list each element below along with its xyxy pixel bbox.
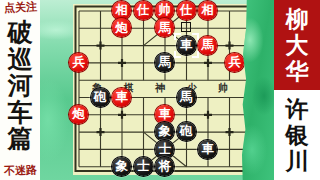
- piece-black-砲[interactable]: 砲: [91, 88, 110, 107]
- piece-glyph: 馬: [180, 91, 193, 104]
- piece-black-将[interactable]: 将: [155, 157, 174, 176]
- player-names-bar: 柳大华 许银川: [274, 0, 320, 180]
- piece-glyph: 車: [202, 143, 215, 156]
- player-bottom-name: 许银川: [274, 90, 320, 180]
- char: 许: [286, 96, 309, 122]
- char: 银: [286, 122, 309, 148]
- piece-red-炮[interactable]: 炮: [69, 105, 88, 124]
- piece-glyph: 炮: [116, 22, 129, 35]
- last-move-bracket: [192, 51, 199, 58]
- piece-red-兵[interactable]: 兵: [69, 53, 88, 72]
- char: 巡: [8, 47, 33, 74]
- last-move-bracket: [174, 33, 181, 40]
- char: 华: [286, 58, 309, 84]
- pieces-layer: 相仕帅仕相炮馬車馬兵馬兵砲車馬炮車象砲士車象士将: [68, 2, 262, 175]
- piece-red-馬[interactable]: 馬: [155, 18, 174, 37]
- piece-red-兵[interactable]: 兵: [225, 53, 244, 72]
- char: 大: [286, 32, 309, 58]
- piece-glyph: 相: [116, 4, 129, 17]
- piece-black-砲[interactable]: 砲: [177, 122, 196, 141]
- piece-glyph: 馬: [159, 56, 172, 69]
- piece-black-士[interactable]: 士: [155, 140, 174, 159]
- piece-red-相[interactable]: 相: [112, 1, 131, 20]
- piece-glyph: 車: [180, 39, 193, 52]
- piece-black-車[interactable]: 車: [198, 140, 217, 159]
- piece-glyph: 将: [159, 160, 172, 173]
- piece-red-帅[interactable]: 帅: [155, 1, 174, 20]
- piece-red-仕[interactable]: 仕: [134, 1, 153, 20]
- follow-tagline: 点关注: [3, 0, 37, 15]
- dont-get-lost-tagline: 不迷路: [3, 163, 36, 177]
- video-thumbnail: 点关注 破巡河车篇 不迷路 象棋神少帅: [0, 0, 320, 180]
- piece-glyph: 馬: [202, 39, 215, 52]
- last-move-bracket: [192, 33, 199, 40]
- piece-glyph: 士: [159, 143, 172, 156]
- piece-glyph: 仕: [180, 4, 193, 17]
- char: 车: [8, 100, 33, 127]
- piece-glyph: 砲: [180, 125, 193, 138]
- piece-glyph: 車: [116, 91, 129, 104]
- left-caption-bar: 点关注 破巡河车篇 不迷路: [0, 0, 40, 180]
- piece-glyph: 象: [116, 160, 129, 173]
- piece-black-象[interactable]: 象: [155, 122, 174, 141]
- piece-glyph: 帅: [159, 4, 172, 17]
- piece-glyph: 相: [202, 4, 215, 17]
- player-top-name: 柳大华: [274, 0, 320, 90]
- last-move-bracket: [174, 51, 181, 58]
- piece-red-馬[interactable]: 馬: [198, 36, 217, 55]
- piece-black-馬[interactable]: 馬: [155, 53, 174, 72]
- piece-glyph: 象: [159, 125, 172, 138]
- piece-glyph: 炮: [73, 108, 86, 121]
- piece-red-相[interactable]: 相: [198, 1, 217, 20]
- piece-red-炮[interactable]: 炮: [112, 18, 131, 37]
- piece-black-車[interactable]: 車: [177, 36, 196, 55]
- piece-glyph: 兵: [229, 56, 242, 69]
- piece-black-象[interactable]: 象: [112, 157, 131, 176]
- piece-glyph: 仕: [137, 4, 150, 17]
- piece-glyph: 砲: [94, 91, 107, 104]
- piece-black-士[interactable]: 士: [134, 157, 153, 176]
- willow-overlay-right: [242, 0, 276, 180]
- piece-glyph: 馬: [159, 22, 172, 35]
- piece-red-車[interactable]: 車: [112, 88, 131, 107]
- piece-glyph: 士: [137, 160, 150, 173]
- piece-red-仕[interactable]: 仕: [177, 1, 196, 20]
- piece-glyph: 兵: [73, 56, 86, 69]
- piece-glyph: 車: [159, 108, 172, 121]
- char: 柳: [286, 6, 309, 32]
- piece-black-馬[interactable]: 馬: [177, 88, 196, 107]
- piece-red-車[interactable]: 車: [155, 105, 174, 124]
- char: 破: [8, 20, 33, 47]
- char: 篇: [8, 126, 33, 153]
- char: 河: [8, 73, 33, 100]
- series-title: 破巡河车篇: [8, 20, 33, 153]
- char: 川: [286, 148, 309, 174]
